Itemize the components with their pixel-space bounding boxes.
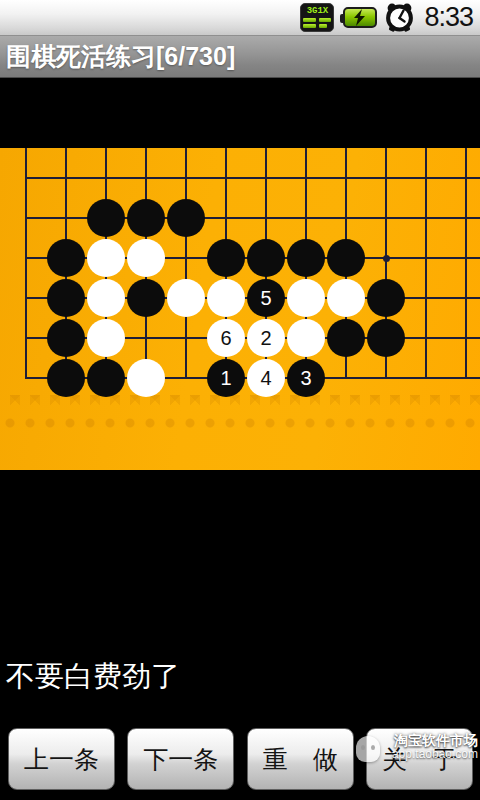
board-point[interactable] [246, 198, 286, 238]
board-point[interactable] [406, 158, 446, 198]
board-point[interactable] [446, 158, 480, 198]
board-point[interactable]: 3 [286, 358, 326, 398]
board-point[interactable] [46, 318, 86, 358]
board-point[interactable] [406, 318, 446, 358]
signal-3g1x-icon: 3G1X [300, 3, 334, 32]
move-number: 5 [260, 288, 271, 308]
taobao-ghost-icon [356, 736, 380, 762]
white-stone[interactable] [87, 319, 125, 357]
board-point[interactable] [246, 158, 286, 198]
black-stone[interactable] [207, 239, 245, 277]
move-number: 4 [260, 368, 271, 388]
star-point [383, 255, 390, 262]
black-stone[interactable] [367, 319, 405, 357]
white-stone[interactable] [87, 279, 125, 317]
black-stone[interactable] [87, 199, 125, 237]
board-point[interactable] [326, 158, 366, 198]
board-point[interactable] [86, 318, 126, 358]
board-point[interactable] [6, 158, 46, 198]
board-point[interactable] [46, 238, 86, 278]
board-point[interactable] [366, 198, 406, 238]
board-point[interactable] [126, 198, 166, 238]
black-stone[interactable] [167, 199, 205, 237]
move-number: 6 [220, 328, 231, 348]
white-stone[interactable] [287, 279, 325, 317]
taobao-watermark: 淘宝软件市场 app.taobao.com [356, 733, 478, 762]
signal-3g1x-label: 3G1X [307, 7, 329, 16]
board-point[interactable] [286, 278, 326, 318]
black-stone[interactable] [327, 319, 365, 357]
board-point[interactable] [86, 278, 126, 318]
board-point[interactable]: 4 [246, 358, 286, 398]
board-point[interactable] [326, 198, 366, 238]
black-stone[interactable] [247, 239, 285, 277]
status-clock-time: 8:33 [422, 2, 473, 33]
board-point[interactable] [46, 198, 86, 238]
board-point[interactable] [446, 358, 480, 398]
next-problem-button[interactable]: 下一条 [127, 728, 234, 790]
board-point[interactable] [86, 158, 126, 198]
board-point[interactable]: 1 [206, 358, 246, 398]
board-point[interactable] [126, 238, 166, 278]
board-point[interactable] [166, 278, 206, 318]
black-stone[interactable] [367, 279, 405, 317]
board-point[interactable] [206, 278, 246, 318]
board-point[interactable] [446, 278, 480, 318]
board-point[interactable] [406, 198, 446, 238]
white-stone[interactable]: 2 [247, 319, 285, 357]
board-point[interactable] [126, 158, 166, 198]
watermark-title: 淘宝软件市场 [380, 733, 478, 748]
board-point[interactable] [366, 318, 406, 358]
board-point[interactable] [86, 198, 126, 238]
black-stone[interactable] [127, 279, 165, 317]
board-point[interactable] [166, 318, 206, 358]
move-number: 2 [260, 328, 271, 348]
board-point[interactable] [6, 358, 46, 398]
app-title: 围棋死活练习[6/730] [6, 40, 235, 73]
board-point[interactable] [6, 278, 46, 318]
board-point[interactable] [86, 358, 126, 398]
battery-charging-icon [343, 7, 377, 28]
board-point[interactable] [46, 278, 86, 318]
status-bar: 3G1X 8:33 [0, 0, 480, 36]
board-point[interactable] [366, 238, 406, 278]
board-point[interactable]: 6 [206, 318, 246, 358]
white-stone[interactable]: 6 [207, 319, 245, 357]
black-stone[interactable]: 1 [207, 359, 245, 397]
board-point[interactable] [126, 278, 166, 318]
black-stone[interactable]: 5 [247, 279, 285, 317]
board-point[interactable] [166, 158, 206, 198]
feedback-message: 不要白费劲了 [6, 658, 180, 695]
board-point[interactable] [206, 238, 246, 278]
board-point[interactable] [46, 358, 86, 398]
black-stone[interactable] [87, 359, 125, 397]
board-point[interactable] [166, 238, 206, 278]
board-point[interactable] [126, 358, 166, 398]
black-stone[interactable] [47, 359, 85, 397]
board-point[interactable] [366, 278, 406, 318]
white-stone[interactable] [87, 239, 125, 277]
board-point[interactable] [286, 158, 326, 198]
board-point[interactable] [286, 198, 326, 238]
board-point[interactable] [366, 158, 406, 198]
redo-button[interactable]: 重 做 [247, 728, 354, 790]
signal-bars-icon [303, 18, 331, 28]
black-stone[interactable] [47, 239, 85, 277]
board-point[interactable] [446, 198, 480, 238]
board-point[interactable] [166, 198, 206, 238]
white-stone[interactable] [167, 279, 205, 317]
board-point[interactable]: 5 [246, 278, 286, 318]
board-point[interactable] [286, 318, 326, 358]
board-fringe-dots [0, 416, 480, 430]
black-stone[interactable]: 3 [287, 359, 325, 397]
previous-problem-button[interactable]: 上一条 [8, 728, 115, 790]
move-number: 3 [300, 368, 311, 388]
board-point[interactable] [286, 238, 326, 278]
board-point[interactable] [326, 278, 366, 318]
board-point[interactable] [206, 158, 246, 198]
board-point[interactable] [206, 198, 246, 238]
white-stone[interactable] [327, 279, 365, 317]
go-board[interactable]: 562143 [0, 148, 480, 470]
board-point[interactable] [6, 198, 46, 238]
white-stone[interactable]: 4 [247, 359, 285, 397]
board-point[interactable] [246, 238, 286, 278]
black-stone[interactable] [47, 319, 85, 357]
board-point[interactable] [366, 358, 406, 398]
board-point[interactable] [6, 318, 46, 358]
move-number: 1 [220, 368, 231, 388]
black-stone[interactable] [327, 239, 365, 277]
board-point[interactable]: 2 [246, 318, 286, 358]
title-bar: 围棋死活练习[6/730] [0, 36, 480, 78]
lightning-bolt-icon [352, 9, 368, 26]
board-point[interactable] [166, 358, 206, 398]
black-stone[interactable] [287, 239, 325, 277]
phone-screen: 3G1X 8:33 围棋死活练习[6/730] [0, 0, 480, 800]
watermark-url: app.taobao.com [380, 748, 478, 761]
board-point[interactable] [446, 238, 480, 278]
board-point[interactable] [446, 318, 480, 358]
board-point[interactable] [406, 358, 446, 398]
board-point[interactable] [6, 238, 46, 278]
black-stone[interactable] [47, 279, 85, 317]
board-point[interactable] [326, 318, 366, 358]
board-point[interactable] [86, 238, 126, 278]
board-grid: 562143 [6, 158, 480, 398]
board-point[interactable] [406, 238, 446, 278]
board-point[interactable] [46, 158, 86, 198]
board-point[interactable] [406, 278, 446, 318]
white-stone[interactable] [127, 239, 165, 277]
board-point[interactable] [326, 358, 366, 398]
white-stone[interactable] [127, 359, 165, 397]
white-stone[interactable] [207, 279, 245, 317]
board-point[interactable] [326, 238, 366, 278]
alarm-clock-icon [384, 2, 415, 33]
black-stone[interactable] [127, 199, 165, 237]
white-stone[interactable] [287, 319, 325, 357]
board-point[interactable] [126, 318, 166, 358]
